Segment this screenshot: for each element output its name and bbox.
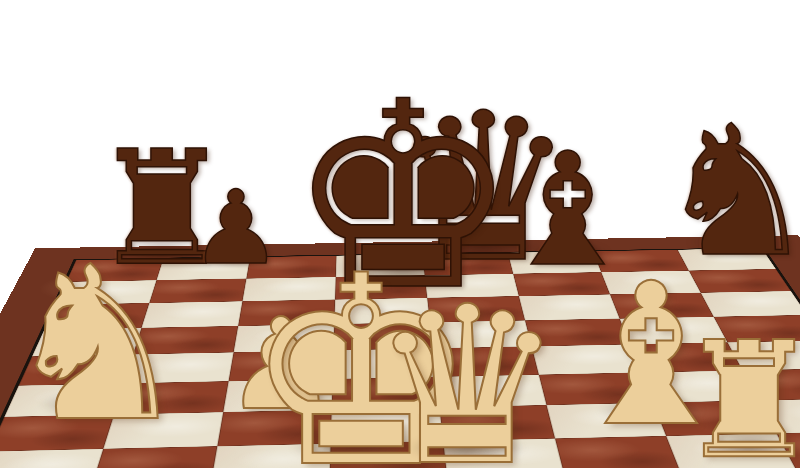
piece-white-knight[interactable]: ♞: [2, 239, 192, 451]
piece-white-rook[interactable]: ♜: [677, 321, 800, 468]
piece-white-queen[interactable]: ♛: [369, 278, 564, 468]
pieces-layer: ♞♛♜♝♟♚♟♞♝♚♜♛: [0, 0, 800, 468]
chess-photo-scene: ♞♛♜♝♟♚♟♞♝♚♜♛: [0, 0, 800, 468]
